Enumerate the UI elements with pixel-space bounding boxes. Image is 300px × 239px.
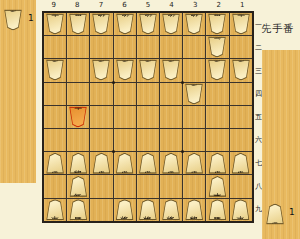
board-square-7g[interactable]: 歩兵 — [90, 152, 112, 174]
piece-kanji: 歩兵 — [51, 69, 60, 71]
piece-kanji: 金将 — [167, 209, 176, 211]
piece-kanji: 歩兵 — [144, 162, 153, 164]
piece-kanji: 銀将 — [74, 162, 83, 164]
board-square-3b[interactable] — [183, 36, 205, 58]
board-square-7f[interactable] — [90, 129, 112, 151]
board-square-9i[interactable]: 香車 — [44, 199, 66, 221]
board-square-3c[interactable] — [183, 59, 205, 81]
shogi-piece-gote[interactable]: 歩兵 — [115, 60, 134, 81]
rank-label: 四 — [255, 82, 262, 105]
board-square-8f[interactable] — [67, 129, 89, 151]
board-square-7d[interactable] — [90, 83, 112, 105]
board-square-3i[interactable]: 銀将 — [183, 199, 205, 221]
shogi-piece-gote[interactable]: 飛車 — [69, 106, 88, 127]
piece-kanji: 歩兵 — [190, 93, 199, 95]
shogi-piece-gote[interactable]: 香車 — [231, 14, 250, 35]
piece-kanji: 歩兵 — [144, 69, 153, 71]
board-square-2a[interactable]: 桂馬 — [206, 13, 228, 35]
board-square-6b[interactable] — [114, 36, 136, 58]
shogi-piece-gote[interactable]: 歩兵 — [231, 60, 250, 81]
shogi-piece-sente[interactable]: 銀将 — [185, 199, 204, 220]
piece-face: 香車 — [232, 200, 249, 219]
board-square-1d[interactable] — [230, 83, 252, 105]
shogi-piece-sente[interactable]: 香車 — [46, 199, 65, 220]
piece-face: 歩兵 — [47, 154, 64, 173]
board-square-9a[interactable]: 香車 — [44, 13, 66, 35]
board-square-7h[interactable] — [90, 175, 112, 197]
gote-hand-pawn-count: 1 — [28, 13, 34, 23]
file-label: 2 — [207, 1, 231, 10]
shogi-piece-sente[interactable]: 飛車 — [208, 176, 227, 197]
board-square-4d[interactable] — [160, 83, 182, 105]
piece-face: 飛車 — [70, 107, 87, 126]
shogi-piece-gote[interactable]: 桂馬 — [208, 14, 227, 35]
piece-kanji: 歩兵 — [167, 69, 176, 71]
piece-kanji: 歩兵 — [51, 162, 60, 164]
board-square-1i[interactable]: 香車 — [230, 199, 252, 221]
shogi-piece-sente[interactable]: 金将 — [115, 199, 134, 220]
piece-kanji: 金将 — [167, 23, 176, 25]
piece-kanji: 歩兵 — [167, 162, 176, 164]
piece-kanji: 香車 — [51, 209, 60, 211]
rank-coordinate-labels: 一二三四五六七八九 — [255, 13, 262, 221]
shogi-piece-gote[interactable]: 歩兵 — [138, 60, 157, 81]
board-square-1f[interactable] — [230, 129, 252, 151]
shogi-piece-gote[interactable]: 金将 — [115, 14, 134, 35]
piece-face: 歩兵 — [139, 61, 156, 80]
shogi-piece-sente[interactable]: 桂馬 — [208, 199, 227, 220]
piece-kanji: 飛車 — [74, 116, 83, 118]
board-square-1h[interactable] — [230, 175, 252, 197]
board-square-8e[interactable]: 飛車 — [67, 106, 89, 128]
piece-face: 歩兵 — [186, 154, 203, 173]
board-square-7c[interactable]: 歩兵 — [90, 59, 112, 81]
board-square-4g[interactable]: 歩兵 — [160, 152, 182, 174]
piece-face: 銀将 — [70, 154, 87, 173]
board-square-7e[interactable] — [90, 106, 112, 128]
board-square-8i[interactable]: 桂馬 — [67, 199, 89, 221]
piece-face: 歩兵 — [139, 154, 156, 173]
file-label: 8 — [66, 1, 90, 10]
file-label: 6 — [113, 1, 137, 10]
shogi-piece-gote[interactable]: 歩兵 — [185, 83, 204, 104]
board-square-2e[interactable] — [206, 106, 228, 128]
board-square-1b[interactable] — [230, 36, 252, 58]
shogi-piece-sente[interactable]: 歩兵 — [162, 153, 181, 174]
piece-face: 香車 — [232, 15, 249, 34]
shogi-piece-sente[interactable]: 桂馬 — [69, 199, 88, 220]
board-square-4b[interactable] — [160, 36, 182, 58]
board-square-9h[interactable] — [44, 175, 66, 197]
piece-kanji: 桂馬 — [74, 23, 83, 25]
board-square-3e[interactable] — [183, 106, 205, 128]
piece-face: 金将 — [163, 15, 180, 34]
board-square-5d[interactable] — [137, 83, 159, 105]
sente-captured-tray: 歩兵 1 — [262, 50, 300, 239]
piece-kanji: 桂馬 — [74, 209, 83, 211]
board-square-8c[interactable] — [67, 59, 89, 81]
piece-face: 銀将 — [186, 200, 203, 219]
shogi-piece-gote[interactable]: 角行 — [208, 37, 227, 58]
shogi-piece-sente[interactable]: 歩兵 — [208, 153, 227, 174]
piece-face: 桂馬 — [209, 200, 226, 219]
shogi-piece-sente[interactable]: 銀将 — [69, 153, 88, 174]
board-square-4a[interactable]: 金将 — [160, 13, 182, 35]
piece-kanji: 歩兵 — [213, 162, 222, 164]
file-label: 5 — [136, 1, 160, 10]
piece-face: 歩兵 — [232, 154, 249, 173]
shogi-piece-gote[interactable]: 王将 — [138, 14, 157, 35]
piece-face: 歩兵 — [267, 205, 284, 224]
shogi-piece-gote[interactable]: 香車 — [46, 14, 65, 35]
board-square-3h[interactable] — [183, 175, 205, 197]
hoshi-dot — [181, 81, 184, 84]
board-square-2c[interactable]: 歩兵 — [206, 59, 228, 81]
shogi-piece-sente[interactable]: 歩兵 — [46, 153, 65, 174]
board-square-5g[interactable]: 歩兵 — [137, 152, 159, 174]
piece-kanji: 歩兵 — [120, 69, 129, 71]
piece-kanji: 歩兵 — [97, 162, 106, 164]
board-square-2h[interactable]: 飛車 — [206, 175, 228, 197]
piece-face: 歩兵 — [5, 11, 22, 30]
file-coordinate-labels: 987654321 — [42, 1, 254, 10]
shogi-piece-sente[interactable]: 玉将 — [138, 199, 157, 220]
shogi-piece-gote[interactable]: 歩兵 — [92, 60, 111, 81]
piece-face: 歩兵 — [209, 154, 226, 173]
rank-label: 五 — [255, 105, 262, 128]
piece-face: 金将 — [116, 200, 133, 219]
board-square-2d[interactable] — [206, 83, 228, 105]
piece-face: 玉将 — [139, 200, 156, 219]
board-square-3g[interactable]: 歩兵 — [183, 152, 205, 174]
piece-kanji: 銀将 — [190, 209, 199, 211]
shogi-piece-gote[interactable]: 桂馬 — [69, 14, 88, 35]
shogi-piece-sente[interactable]: 金将 — [162, 199, 181, 220]
piece-kanji: 金将 — [120, 23, 129, 25]
board-square-6a[interactable]: 金将 — [114, 13, 136, 35]
board-square-9b[interactable] — [44, 36, 66, 58]
shogi-piece-sente[interactable]: 歩兵 — [92, 153, 111, 174]
piece-face: 銀将 — [186, 15, 203, 34]
shogi-board: 香車桂馬銀将金将王将金将銀将桂馬香車角行歩兵歩兵歩兵歩兵歩兵歩兵歩兵歩兵飛車歩兵… — [42, 11, 254, 223]
piece-kanji: 香車 — [236, 209, 245, 211]
board-square-7i[interactable] — [90, 199, 112, 221]
rank-label: 八 — [255, 175, 262, 198]
shogi-piece-sente[interactable]: 歩兵 — [185, 153, 204, 174]
file-label: 9 — [42, 1, 66, 10]
piece-face: 香車 — [47, 200, 64, 219]
turn-indicator: 先手番 — [261, 22, 294, 36]
shogi-piece-gote[interactable]: 金将 — [162, 14, 181, 35]
piece-face: 金将 — [163, 200, 180, 219]
board-square-8b[interactable] — [67, 36, 89, 58]
piece-face: 歩兵 — [116, 154, 133, 173]
gote-hand-pawn[interactable]: 歩兵 — [3, 9, 23, 31]
board-square-8d[interactable] — [67, 83, 89, 105]
piece-face: 歩兵 — [163, 154, 180, 173]
board-square-6h[interactable] — [114, 175, 136, 197]
piece-face: 歩兵 — [232, 61, 249, 80]
rank-label: 二 — [255, 36, 262, 59]
piece-kanji: 銀将 — [97, 23, 106, 25]
piece-face: 角行 — [70, 177, 87, 196]
board-square-7b[interactable] — [90, 36, 112, 58]
piece-kanji: 歩兵 — [120, 162, 129, 164]
piece-face: 歩兵 — [93, 154, 110, 173]
board-square-3f[interactable] — [183, 129, 205, 151]
shogi-piece-gote[interactable]: 銀将 — [185, 14, 204, 35]
board-square-1a[interactable]: 香車 — [230, 13, 252, 35]
file-label: 1 — [231, 1, 255, 10]
shogi-piece-gote[interactable]: 銀将 — [92, 14, 111, 35]
board-square-6d[interactable] — [114, 83, 136, 105]
piece-face: 桂馬 — [70, 200, 87, 219]
board-square-3a[interactable]: 銀将 — [183, 13, 205, 35]
piece-kanji: 金将 — [120, 209, 129, 211]
piece-face: 飛車 — [209, 177, 226, 196]
board-square-5f[interactable] — [137, 129, 159, 151]
board-square-8a[interactable]: 桂馬 — [67, 13, 89, 35]
board-square-1c[interactable]: 歩兵 — [230, 59, 252, 81]
piece-face: 角行 — [209, 38, 226, 57]
piece-face: 桂馬 — [209, 15, 226, 34]
board-square-9f[interactable] — [44, 129, 66, 151]
board-square-6i[interactable]: 金将 — [114, 199, 136, 221]
board-square-5i[interactable]: 玉将 — [137, 199, 159, 221]
sente-hand-pawn[interactable]: 歩兵 — [265, 203, 285, 225]
piece-kanji: 歩兵 — [236, 69, 245, 71]
board-square-1g[interactable]: 歩兵 — [230, 152, 252, 174]
piece-kanji: 歩兵 — [9, 19, 18, 21]
piece-kanji: 歩兵 — [97, 69, 106, 71]
board-square-7a[interactable]: 銀将 — [90, 13, 112, 35]
board-square-6c[interactable]: 歩兵 — [114, 59, 136, 81]
board-square-9g[interactable]: 歩兵 — [44, 152, 66, 174]
shogi-piece-gote[interactable]: 歩兵 — [4, 10, 23, 31]
shogi-piece-sente[interactable]: 角行 — [69, 176, 88, 197]
board-square-4f[interactable] — [160, 129, 182, 151]
piece-kanji: 歩兵 — [190, 162, 199, 164]
piece-face: 桂馬 — [70, 15, 87, 34]
file-label: 3 — [183, 1, 207, 10]
board-square-4e[interactable] — [160, 106, 182, 128]
piece-kanji: 桂馬 — [213, 209, 222, 211]
board-square-4i[interactable]: 金将 — [160, 199, 182, 221]
board-square-5h[interactable] — [137, 175, 159, 197]
board-square-6e[interactable] — [114, 106, 136, 128]
board-square-4c[interactable]: 歩兵 — [160, 59, 182, 81]
rank-label: 七 — [255, 152, 262, 175]
piece-kanji: 飛車 — [213, 185, 222, 187]
shogi-piece-sente[interactable]: 歩兵 — [138, 153, 157, 174]
board-square-9d[interactable] — [44, 83, 66, 105]
piece-kanji: 香車 — [51, 23, 60, 25]
piece-kanji: 歩兵 — [236, 162, 245, 164]
board-square-9c[interactable]: 歩兵 — [44, 59, 66, 81]
shogi-piece-gote[interactable]: 歩兵 — [208, 60, 227, 81]
piece-face: 歩兵 — [209, 61, 226, 80]
board-square-2f[interactable] — [206, 129, 228, 151]
piece-face: 王将 — [139, 15, 156, 34]
shogi-piece-gote[interactable]: 歩兵 — [46, 60, 65, 81]
piece-face: 歩兵 — [93, 61, 110, 80]
shogi-piece-sente[interactable]: 歩兵 — [231, 153, 250, 174]
rank-label: 三 — [255, 59, 262, 82]
piece-kanji: 香車 — [236, 23, 245, 25]
board-square-5c[interactable]: 歩兵 — [137, 59, 159, 81]
board-square-9e[interactable] — [44, 106, 66, 128]
file-label: 7 — [89, 1, 113, 10]
piece-face: 歩兵 — [163, 61, 180, 80]
shogi-piece-sente[interactable]: 歩兵 — [266, 204, 285, 225]
board-square-5b[interactable] — [137, 36, 159, 58]
piece-kanji: 銀将 — [190, 23, 199, 25]
board-square-3d[interactable]: 歩兵 — [183, 83, 205, 105]
board-square-5e[interactable] — [137, 106, 159, 128]
board-square-8h[interactable]: 角行 — [67, 175, 89, 197]
piece-kanji: 角行 — [213, 46, 222, 48]
piece-kanji: 玉将 — [144, 209, 153, 211]
piece-kanji: 角行 — [74, 185, 83, 187]
piece-face: 銀将 — [93, 15, 110, 34]
piece-face: 香車 — [47, 15, 64, 34]
board-square-2i[interactable]: 桂馬 — [206, 199, 228, 221]
board-square-4h[interactable] — [160, 175, 182, 197]
piece-face: 歩兵 — [116, 61, 133, 80]
sente-hand-pawn-count: 1 — [289, 207, 295, 217]
board-square-2b[interactable]: 角行 — [206, 36, 228, 58]
board-square-6f[interactable] — [114, 129, 136, 151]
hoshi-dot — [112, 81, 115, 84]
piece-face: 歩兵 — [47, 61, 64, 80]
board-square-1e[interactable] — [230, 106, 252, 128]
piece-kanji: 桂馬 — [213, 23, 222, 25]
rank-label: 九 — [255, 198, 262, 221]
shogi-piece-sente[interactable]: 歩兵 — [115, 153, 134, 174]
piece-face: 金将 — [116, 15, 133, 34]
piece-face: 歩兵 — [186, 84, 203, 103]
shogi-piece-sente[interactable]: 香車 — [231, 199, 250, 220]
hoshi-dot — [112, 150, 115, 153]
piece-kanji: 王将 — [144, 23, 153, 25]
rank-label: 六 — [255, 129, 262, 152]
board-square-2g[interactable]: 歩兵 — [206, 152, 228, 174]
board-square-6g[interactable]: 歩兵 — [114, 152, 136, 174]
shogi-piece-gote[interactable]: 歩兵 — [162, 60, 181, 81]
file-label: 4 — [160, 1, 184, 10]
piece-kanji: 歩兵 — [213, 69, 222, 71]
board-square-8g[interactable]: 銀将 — [67, 152, 89, 174]
board-grid: 香車桂馬銀将金将王将金将銀将桂馬香車角行歩兵歩兵歩兵歩兵歩兵歩兵歩兵歩兵飛車歩兵… — [44, 13, 252, 221]
board-square-5a[interactable]: 王将 — [137, 13, 159, 35]
piece-kanji: 歩兵 — [271, 213, 280, 215]
gote-captured-tray: 歩兵 1 — [0, 0, 36, 183]
